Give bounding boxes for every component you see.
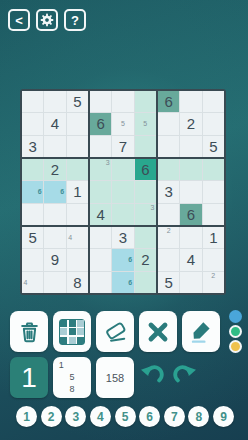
- sudoku-board: 5436557625266136433654948362621452: [20, 89, 226, 295]
- cell-r2c9[interactable]: [203, 113, 224, 134]
- num-button-5[interactable]: 5: [115, 406, 136, 427]
- mode-normal-button[interactable]: 1: [10, 357, 48, 398]
- cell-r4c5[interactable]: [112, 159, 133, 180]
- number-pad: 123456789: [16, 406, 234, 427]
- mode-center-button[interactable]: 158: [96, 357, 134, 398]
- clear-button[interactable]: [139, 311, 177, 352]
- cell-r9c2[interactable]: [44, 272, 65, 293]
- cell-r8c6[interactable]: 2: [135, 249, 156, 270]
- num-button-8[interactable]: 8: [188, 406, 209, 427]
- cell-r4c8[interactable]: [180, 159, 201, 180]
- cell-r1c8[interactable]: [180, 91, 201, 112]
- box-7: 54948: [22, 227, 88, 293]
- cell-r9c3[interactable]: 8: [67, 272, 88, 293]
- cell-r9c5[interactable]: 6: [112, 272, 133, 293]
- cell-r1c9[interactable]: [203, 91, 224, 112]
- num-button-6[interactable]: 6: [139, 406, 160, 427]
- cell-r7c5[interactable]: 3: [112, 227, 133, 248]
- num-button-7[interactable]: 7: [164, 406, 185, 427]
- cell-r6c4[interactable]: 4: [90, 204, 111, 225]
- num-button-3[interactable]: 3: [65, 406, 86, 427]
- cell-r2c4[interactable]: 6: [90, 113, 111, 134]
- trash-icon: [16, 318, 43, 345]
- cell-r2c3[interactable]: [67, 113, 88, 134]
- cell-r3c5[interactable]: 7: [112, 136, 133, 157]
- cell-r2c2[interactable]: 4: [44, 113, 65, 134]
- box-6: 36: [158, 159, 224, 225]
- cell-r6c1[interactable]: [22, 204, 43, 225]
- box-1: 543: [22, 91, 88, 157]
- back-button[interactable]: <: [8, 9, 30, 31]
- cell-r7c9[interactable]: 1: [203, 227, 224, 248]
- cell-r7c6[interactable]: [135, 227, 156, 248]
- mode-corner-button[interactable]: 1 5 8: [53, 357, 91, 398]
- cell-r9c9[interactable]: 2: [203, 272, 224, 293]
- blue-dot[interactable]: [229, 310, 242, 323]
- cell-r1c2[interactable]: [44, 91, 65, 112]
- cell-r5c6[interactable]: [135, 181, 156, 202]
- marker-icon: [188, 318, 215, 345]
- sudoku-app-screen: < ?: [0, 0, 248, 440]
- mode-center-label: 158: [106, 372, 124, 384]
- pen-button[interactable]: [182, 311, 220, 352]
- cell-r4c6[interactable]: 6: [135, 159, 156, 180]
- cell-r4c9[interactable]: [203, 159, 224, 180]
- cell-r2c5[interactable]: 5: [112, 113, 133, 134]
- cell-r4c1[interactable]: [22, 159, 43, 180]
- cell-r3c3[interactable]: [67, 136, 88, 157]
- num-button-2[interactable]: 2: [41, 406, 62, 427]
- cell-r2c8[interactable]: 2: [180, 113, 201, 134]
- cell-r3c4[interactable]: [90, 136, 111, 157]
- cell-r1c6[interactable]: [135, 91, 156, 112]
- green-dot[interactable]: [229, 325, 242, 338]
- cell-r4c7[interactable]: [158, 159, 179, 180]
- cell-r6c8[interactable]: 6: [180, 204, 201, 225]
- eraser-icon: [102, 318, 129, 345]
- cell-r4c4[interactable]: 3: [90, 159, 111, 180]
- question-icon: ?: [71, 14, 79, 27]
- color-grid-icon: [59, 319, 85, 345]
- cell-r5c4[interactable]: [90, 181, 111, 202]
- colors-button[interactable]: [53, 311, 91, 352]
- cell-r1c3[interactable]: 5: [67, 91, 88, 112]
- box-2: 6557: [90, 91, 156, 157]
- cell-r4c3[interactable]: [67, 159, 88, 180]
- corner-marks-preview: 1 5 8: [56, 360, 88, 395]
- yellow-dot[interactable]: [229, 340, 242, 353]
- box-5: 3643: [90, 159, 156, 225]
- top-bar: < ?: [8, 9, 86, 31]
- cell-r1c5[interactable]: [112, 91, 133, 112]
- cell-r5c2[interactable]: 6: [44, 181, 65, 202]
- cell-r7c3[interactable]: 4: [67, 227, 88, 248]
- cell-r6c9[interactable]: [203, 204, 224, 225]
- box-3: 625: [158, 91, 224, 157]
- undo-arrow-icon: [139, 379, 166, 394]
- cell-r3c8[interactable]: [180, 136, 201, 157]
- cell-r1c7[interactable]: 6: [158, 91, 179, 112]
- cell-r8c9[interactable]: [203, 249, 224, 270]
- cell-r1c1[interactable]: [22, 91, 43, 112]
- cell-r8c5[interactable]: 6: [112, 249, 133, 270]
- mode-normal-label: 1: [21, 364, 37, 392]
- cell-r5c8[interactable]: [180, 181, 201, 202]
- cell-r6c7[interactable]: [158, 204, 179, 225]
- gear-icon: [39, 12, 55, 28]
- cell-r9c4[interactable]: [90, 272, 111, 293]
- cell-r5c5[interactable]: [112, 181, 133, 202]
- cell-r9c7[interactable]: 5: [158, 272, 179, 293]
- cell-r8c3[interactable]: [67, 249, 88, 270]
- cell-r9c8[interactable]: [180, 272, 201, 293]
- cell-r7c2[interactable]: [44, 227, 65, 248]
- cell-r7c7[interactable]: 2: [158, 227, 179, 248]
- cell-r7c8[interactable]: [180, 227, 201, 248]
- input-mode-bar: 1 1 5 8 158: [10, 357, 198, 398]
- cell-r2c1[interactable]: [22, 113, 43, 134]
- cell-r5c1[interactable]: 6: [22, 181, 43, 202]
- box-4: 2661: [22, 159, 88, 225]
- cell-r8c8[interactable]: 4: [180, 249, 201, 270]
- cell-r3c6[interactable]: [135, 136, 156, 157]
- back-icon: <: [15, 14, 23, 27]
- help-button[interactable]: ?: [64, 9, 86, 31]
- cell-r6c6[interactable]: 3: [135, 204, 156, 225]
- toolbar: [10, 311, 220, 352]
- cell-r5c7[interactable]: 3: [158, 181, 179, 202]
- cell-r3c9[interactable]: 5: [203, 136, 224, 157]
- cell-r8c4[interactable]: [90, 249, 111, 270]
- cell-r8c7[interactable]: [158, 249, 179, 270]
- cell-r6c5[interactable]: [112, 204, 133, 225]
- box-8: 3626: [90, 227, 156, 293]
- cell-r6c2[interactable]: [44, 204, 65, 225]
- num-button-1[interactable]: 1: [16, 406, 37, 427]
- cell-r5c9[interactable]: [203, 181, 224, 202]
- cell-r7c1[interactable]: 5: [22, 227, 43, 248]
- cell-r4c2[interactable]: 2: [44, 159, 65, 180]
- settings-button[interactable]: [36, 9, 58, 31]
- cell-r3c1[interactable]: 3: [22, 136, 43, 157]
- cell-r9c1[interactable]: 4: [22, 272, 43, 293]
- cell-r9c6[interactable]: [135, 272, 156, 293]
- delete-button[interactable]: [10, 311, 48, 352]
- cell-r8c1[interactable]: [22, 249, 43, 270]
- box-9: 21452: [158, 227, 224, 293]
- redo-arrow-icon: [171, 379, 198, 394]
- cell-r1c4[interactable]: [90, 91, 111, 112]
- undo-button[interactable]: [139, 364, 166, 391]
- cell-r3c2[interactable]: [44, 136, 65, 157]
- cell-r3c7[interactable]: [158, 136, 179, 157]
- num-button-9[interactable]: 9: [213, 406, 234, 427]
- cell-r2c7[interactable]: [158, 113, 179, 134]
- num-button-4[interactable]: 4: [90, 406, 111, 427]
- eraser-button[interactable]: [96, 311, 134, 352]
- x-icon: [145, 319, 171, 345]
- color-dot-column: [229, 310, 242, 353]
- cell-r6c3[interactable]: [67, 204, 88, 225]
- cell-r5c3[interactable]: 1: [67, 181, 88, 202]
- redo-button[interactable]: [171, 364, 198, 391]
- cell-r2c6[interactable]: 5: [135, 113, 156, 134]
- cell-r8c2[interactable]: 9: [44, 249, 65, 270]
- cell-r7c4[interactable]: [90, 227, 111, 248]
